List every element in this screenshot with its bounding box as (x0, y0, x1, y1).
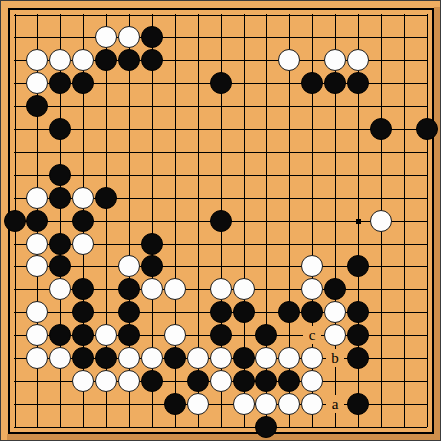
white-stone (141, 347, 163, 369)
black-stone (210, 301, 232, 323)
black-stone (255, 416, 277, 438)
black-stone (49, 164, 71, 186)
white-stone (187, 347, 209, 369)
black-stone (95, 49, 117, 71)
black-stone (210, 210, 232, 232)
black-stone (347, 72, 369, 94)
black-stone (72, 347, 94, 369)
black-stone (301, 72, 323, 94)
black-stone (233, 301, 255, 323)
black-stone (210, 72, 232, 94)
black-stone (72, 72, 94, 94)
point-label-c: c (303, 326, 321, 344)
white-stone (301, 278, 323, 300)
white-stone (301, 347, 323, 369)
white-stone (49, 49, 71, 71)
black-stone (4, 210, 26, 232)
white-stone (72, 49, 94, 71)
black-stone (72, 301, 94, 323)
black-stone (49, 72, 71, 94)
white-stone (255, 347, 277, 369)
board-shadow-bottom (7, 434, 441, 441)
white-stone (187, 393, 209, 415)
white-stone (278, 347, 300, 369)
black-stone (164, 393, 186, 415)
white-stone (301, 255, 323, 277)
white-stone (210, 370, 232, 392)
white-stone (233, 278, 255, 300)
black-stone (49, 255, 71, 277)
white-stone (49, 347, 71, 369)
white-stone (26, 187, 48, 209)
white-stone (49, 278, 71, 300)
black-stone (95, 347, 117, 369)
white-stone (118, 370, 140, 392)
black-stone (187, 370, 209, 392)
black-stone (347, 324, 369, 346)
black-stone (255, 370, 277, 392)
white-stone (118, 26, 140, 48)
white-stone (72, 233, 94, 255)
white-stone (233, 393, 255, 415)
white-stone (26, 301, 48, 323)
white-stone (118, 255, 140, 277)
black-stone (416, 118, 438, 140)
black-stone (72, 324, 94, 346)
black-stone (278, 370, 300, 392)
black-stone (95, 187, 117, 209)
white-stone (210, 347, 232, 369)
white-stone (210, 278, 232, 300)
black-stone (347, 393, 369, 415)
black-stone (49, 324, 71, 346)
black-stone (72, 210, 94, 232)
white-stone (26, 347, 48, 369)
point-label-b: b (326, 349, 344, 367)
white-stone (255, 393, 277, 415)
white-stone (370, 210, 392, 232)
white-stone (26, 72, 48, 94)
black-stone (301, 301, 323, 323)
black-stone (141, 370, 163, 392)
black-stone (233, 370, 255, 392)
black-stone (164, 347, 186, 369)
black-stone (118, 278, 140, 300)
white-stone (95, 370, 117, 392)
board-shadow-right (434, 7, 441, 441)
white-stone (278, 393, 300, 415)
black-stone (141, 26, 163, 48)
white-stone (301, 393, 323, 415)
white-stone (72, 187, 94, 209)
black-stone (324, 72, 346, 94)
go-board-diagram: cba (0, 0, 441, 441)
white-stone (26, 49, 48, 71)
white-stone (95, 26, 117, 48)
grid-line-h (14, 427, 427, 428)
black-stone (324, 278, 346, 300)
black-stone (118, 324, 140, 346)
black-stone (347, 347, 369, 369)
black-stone (118, 49, 140, 71)
white-stone (95, 324, 117, 346)
white-stone (324, 324, 346, 346)
white-stone (347, 49, 369, 71)
grid-line-v (404, 14, 405, 427)
black-stone (26, 210, 48, 232)
black-stone (141, 49, 163, 71)
black-stone (347, 301, 369, 323)
black-stone (278, 301, 300, 323)
white-stone (26, 255, 48, 277)
white-stone (301, 370, 323, 392)
black-stone (233, 347, 255, 369)
white-stone (141, 278, 163, 300)
white-stone (26, 324, 48, 346)
white-stone (118, 347, 140, 369)
white-stone (324, 301, 346, 323)
black-stone (72, 278, 94, 300)
black-stone (49, 187, 71, 209)
white-stone (26, 233, 48, 255)
black-stone (141, 255, 163, 277)
black-stone (141, 233, 163, 255)
black-stone (255, 324, 277, 346)
point-label-a: a (326, 395, 344, 413)
black-stone (210, 324, 232, 346)
grid-line-v (427, 14, 428, 427)
black-stone (370, 118, 392, 140)
black-stone (118, 301, 140, 323)
white-stone (278, 49, 300, 71)
star-point (356, 219, 361, 224)
black-stone (49, 233, 71, 255)
black-stone (49, 118, 71, 140)
white-stone (72, 370, 94, 392)
black-stone (347, 255, 369, 277)
black-stone (26, 95, 48, 117)
white-stone (164, 324, 186, 346)
white-stone (164, 278, 186, 300)
white-stone (324, 49, 346, 71)
